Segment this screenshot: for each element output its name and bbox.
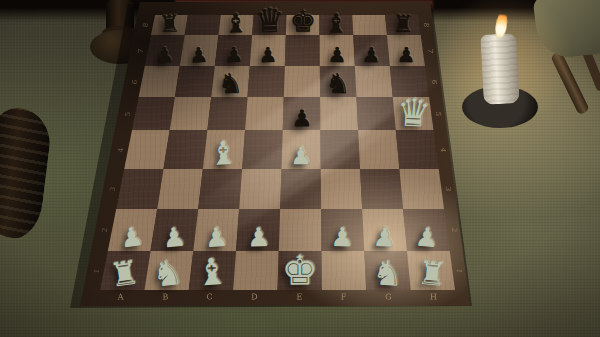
chess-scene: ABCDEFGH1122334455667788 ♜♝♛♚♝♜♟♟♟♟♟♟♟♞♞… bbox=[0, 0, 600, 337]
piece-black-rook-a8[interactable]: ♜ bbox=[158, 12, 180, 36]
piece-black-pawn-g7[interactable]: ♟ bbox=[362, 45, 381, 66]
piece-black-bishop-f8[interactable]: ♝ bbox=[324, 10, 348, 37]
piece-white-bishop-c1[interactable]: ♝ bbox=[194, 254, 229, 293]
piece-black-queen-d8[interactable]: ♛ bbox=[254, 5, 284, 38]
piece-white-pawn-f2[interactable]: ♟ bbox=[330, 224, 354, 251]
piece-black-pawn-e5[interactable]: ♟ bbox=[291, 107, 312, 130]
piece-white-pawn-c2[interactable]: ♟ bbox=[203, 223, 228, 251]
piece-black-pawn-d7[interactable]: ♟ bbox=[259, 45, 278, 66]
piece-white-knight-g1[interactable]: ♞ bbox=[371, 255, 404, 291]
piece-white-knight-b1[interactable]: ♞ bbox=[151, 255, 186, 293]
candle-wax bbox=[480, 33, 520, 105]
piece-black-knight-f6[interactable]: ♞ bbox=[325, 70, 350, 98]
piece-black-pawn-a7[interactable]: ♟ bbox=[155, 45, 175, 67]
piece-black-pawn-f7[interactable]: ♟ bbox=[328, 45, 347, 66]
piece-black-knight-c6[interactable]: ♞ bbox=[218, 70, 244, 98]
piece-black-pawn-c7[interactable]: ♟ bbox=[224, 45, 243, 66]
piece-white-pawn-a2[interactable]: ♟ bbox=[118, 223, 145, 252]
piece-white-rook-h1[interactable]: ♜ bbox=[416, 257, 448, 292]
piece-white-pawn-g2[interactable]: ♟ bbox=[372, 224, 397, 251]
piece-white-pawn-d2[interactable]: ♟ bbox=[246, 224, 271, 251]
piece-white-pawn-e4[interactable]: ♟ bbox=[290, 144, 312, 168]
piece-black-bishop-c8[interactable]: ♝ bbox=[224, 10, 248, 37]
piece-white-pawn-b2[interactable]: ♟ bbox=[161, 223, 187, 251]
piece-black-pawn-h7[interactable]: ♟ bbox=[396, 45, 415, 66]
piece-black-rook-h8[interactable]: ♜ bbox=[392, 12, 414, 36]
piece-black-pawn-b7[interactable]: ♟ bbox=[189, 45, 209, 67]
piece-white-queen-h5[interactable]: ♛ bbox=[395, 93, 431, 133]
piece-white-king-e1[interactable]: ♚ bbox=[281, 251, 318, 292]
piece-white-pawn-h2[interactable]: ♟ bbox=[414, 223, 440, 251]
piece-white-rook-a1[interactable]: ♜ bbox=[107, 256, 141, 292]
candle-right bbox=[440, 8, 560, 133]
piece-white-bishop-c4[interactable]: ♝ bbox=[209, 137, 239, 170]
piece-black-king-e8[interactable]: ♚ bbox=[289, 8, 316, 38]
